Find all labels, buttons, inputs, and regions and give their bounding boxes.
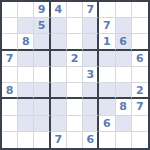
cell-r1c1[interactable] <box>2 2 18 18</box>
cell-r2c8[interactable] <box>116 18 132 34</box>
cell-r9c7[interactable] <box>99 132 115 148</box>
given-digit: 6 <box>103 118 111 129</box>
cell-r5c4[interactable] <box>51 67 67 83</box>
cell-r5c7[interactable] <box>99 67 115 83</box>
cell-r6c7[interactable] <box>99 83 115 99</box>
cell-r9c2[interactable] <box>18 132 34 148</box>
cell-r6c4[interactable] <box>51 83 67 99</box>
given-digit: 5 <box>38 20 46 31</box>
given-digit: 8 <box>22 36 30 47</box>
given-digit: 3 <box>86 69 94 80</box>
cell-r5c3[interactable] <box>34 67 50 83</box>
cell-r2c6[interactable] <box>83 18 99 34</box>
given-digit: 8 <box>6 85 14 96</box>
cell-r1c8[interactable] <box>116 2 132 18</box>
given-digit: 8 <box>119 101 127 112</box>
given-digit: 6 <box>119 36 127 47</box>
given-digit: 7 <box>136 101 144 112</box>
cell-r3c1[interactable] <box>2 34 18 50</box>
cell-r1c3[interactable]: 9 <box>34 2 50 18</box>
cell-r3c3[interactable] <box>34 34 50 50</box>
cell-r3c9[interactable] <box>132 34 148 50</box>
cell-r7c7[interactable] <box>99 99 115 115</box>
given-digit: 6 <box>136 53 144 64</box>
cell-r8c2[interactable] <box>18 116 34 132</box>
cell-r7c4[interactable] <box>51 99 67 115</box>
cell-r4c5[interactable]: 2 <box>67 51 83 67</box>
cell-r5c5[interactable] <box>67 67 83 83</box>
cell-r3c7[interactable]: 1 <box>99 34 115 50</box>
cell-r1c7[interactable] <box>99 2 115 18</box>
cell-r9c5[interactable] <box>67 132 83 148</box>
cell-r7c8[interactable]: 8 <box>116 99 132 115</box>
given-digit: 9 <box>38 4 46 15</box>
cell-r1c4[interactable]: 4 <box>51 2 67 18</box>
given-digit: 2 <box>71 53 79 64</box>
cell-r4c6[interactable] <box>83 51 99 67</box>
cell-r4c2[interactable] <box>18 51 34 67</box>
cell-r9c1[interactable] <box>2 132 18 148</box>
given-digit: 7 <box>103 20 111 31</box>
cell-r2c2[interactable] <box>18 18 34 34</box>
cell-r3c2[interactable]: 8 <box>18 34 34 50</box>
cell-r6c9[interactable]: 2 <box>132 83 148 99</box>
cell-r7c6[interactable] <box>83 99 99 115</box>
cell-r7c2[interactable] <box>18 99 34 115</box>
cell-r3c4[interactable] <box>51 34 67 50</box>
cell-r1c5[interactable] <box>67 2 83 18</box>
cell-r8c1[interactable] <box>2 116 18 132</box>
cell-r5c6[interactable]: 3 <box>83 67 99 83</box>
cell-r6c5[interactable] <box>67 83 83 99</box>
cell-r8c3[interactable] <box>34 116 50 132</box>
cell-r8c6[interactable] <box>83 116 99 132</box>
given-digit: 4 <box>54 4 62 15</box>
cell-r5c8[interactable] <box>116 67 132 83</box>
cell-r4c9[interactable]: 6 <box>132 51 148 67</box>
cell-r6c1[interactable]: 8 <box>2 83 18 99</box>
cell-r2c7[interactable]: 7 <box>99 18 115 34</box>
cell-r1c6[interactable]: 7 <box>83 2 99 18</box>
given-digit: 7 <box>86 4 94 15</box>
cell-r9c3[interactable] <box>34 132 50 148</box>
given-digit: 7 <box>54 134 62 145</box>
cell-r6c2[interactable] <box>18 83 34 99</box>
cell-r3c6[interactable] <box>83 34 99 50</box>
cell-r1c9[interactable] <box>132 2 148 18</box>
cell-r4c8[interactable] <box>116 51 132 67</box>
cell-r5c1[interactable] <box>2 67 18 83</box>
cell-r4c1[interactable]: 7 <box>2 51 18 67</box>
cell-r8c8[interactable] <box>116 116 132 132</box>
cell-r2c4[interactable] <box>51 18 67 34</box>
cell-r4c4[interactable] <box>51 51 67 67</box>
cell-r8c5[interactable] <box>67 116 83 132</box>
cell-r9c6[interactable]: 6 <box>83 132 99 148</box>
cell-r7c3[interactable] <box>34 99 50 115</box>
cell-r9c9[interactable] <box>132 132 148 148</box>
cell-r7c5[interactable] <box>67 99 83 115</box>
cell-r3c5[interactable] <box>67 34 83 50</box>
given-digit: 2 <box>136 85 144 96</box>
cell-r9c8[interactable] <box>116 132 132 148</box>
cell-r2c9[interactable] <box>132 18 148 34</box>
cell-r8c9[interactable] <box>132 116 148 132</box>
cell-r2c5[interactable] <box>67 18 83 34</box>
cell-r5c2[interactable] <box>18 67 34 83</box>
cell-r4c3[interactable] <box>34 51 50 67</box>
cell-r7c9[interactable]: 7 <box>132 99 148 115</box>
cell-r7c1[interactable] <box>2 99 18 115</box>
cell-r8c7[interactable]: 6 <box>99 116 115 132</box>
cell-r5c9[interactable] <box>132 67 148 83</box>
cell-r8c4[interactable] <box>51 116 67 132</box>
given-digit: 7 <box>6 53 14 64</box>
cell-r2c3[interactable]: 5 <box>34 18 50 34</box>
cell-r6c3[interactable] <box>34 83 50 99</box>
cell-r2c1[interactable] <box>2 18 18 34</box>
cell-r6c6[interactable] <box>83 83 99 99</box>
cell-r6c8[interactable] <box>116 83 132 99</box>
cell-r1c2[interactable] <box>18 2 34 18</box>
given-digit: 1 <box>103 36 111 47</box>
cell-r4c7[interactable] <box>99 51 115 67</box>
cell-r9c4[interactable]: 7 <box>51 132 67 148</box>
given-digit: 6 <box>86 134 94 145</box>
cell-r3c8[interactable]: 6 <box>116 34 132 50</box>
sudoku-board: 9475781672638287676 <box>0 0 150 150</box>
